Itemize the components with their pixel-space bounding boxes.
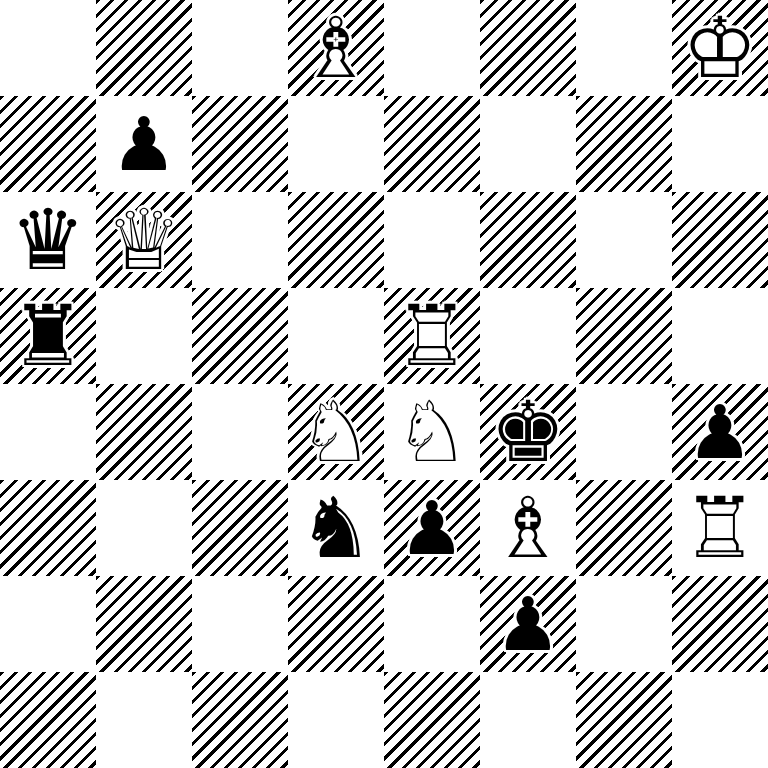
square-f6[interactable]	[480, 192, 576, 288]
black-pawn-silhouette: ♟	[96, 96, 192, 192]
square-g1[interactable]	[576, 672, 672, 768]
square-c8[interactable]	[192, 0, 288, 96]
square-h4[interactable]: ♟♟	[672, 384, 768, 480]
black-queen: ♛	[0, 192, 96, 288]
square-a7[interactable]	[0, 96, 96, 192]
black-pawn-silhouette: ♟	[384, 480, 480, 576]
square-d5[interactable]	[288, 288, 384, 384]
white-queen-silhouette: ♛	[96, 192, 192, 288]
square-e8[interactable]	[384, 0, 480, 96]
black-rook: ♜	[0, 288, 96, 384]
square-a4[interactable]	[0, 384, 96, 480]
white-rook: ♖	[384, 288, 480, 384]
black-king-silhouette: ♚	[480, 384, 576, 480]
square-g6[interactable]	[576, 192, 672, 288]
square-h3[interactable]: ♜♖	[672, 480, 768, 576]
white-king-silhouette: ♚	[672, 0, 768, 96]
square-g3[interactable]	[576, 480, 672, 576]
square-g7[interactable]	[576, 96, 672, 192]
square-c6[interactable]	[192, 192, 288, 288]
square-b2[interactable]	[96, 576, 192, 672]
white-knight-silhouette: ♞	[288, 384, 384, 480]
square-d3[interactable]: ♞♞	[288, 480, 384, 576]
square-b4[interactable]	[96, 384, 192, 480]
square-e7[interactable]	[384, 96, 480, 192]
square-d6[interactable]	[288, 192, 384, 288]
square-b5[interactable]	[96, 288, 192, 384]
white-bishop: ♗	[288, 0, 384, 96]
square-g5[interactable]	[576, 288, 672, 384]
square-g2[interactable]	[576, 576, 672, 672]
square-a6[interactable]: ♛♛	[0, 192, 96, 288]
square-a5[interactable]: ♜♜	[0, 288, 96, 384]
square-a1[interactable]	[0, 672, 96, 768]
black-knight: ♞	[288, 480, 384, 576]
square-g4[interactable]	[576, 384, 672, 480]
square-d2[interactable]	[288, 576, 384, 672]
square-b6[interactable]: ♛♕	[96, 192, 192, 288]
square-c7[interactable]	[192, 96, 288, 192]
square-c3[interactable]	[192, 480, 288, 576]
square-h7[interactable]	[672, 96, 768, 192]
white-bishop-silhouette: ♝	[288, 0, 384, 96]
square-f2[interactable]: ♟♟	[480, 576, 576, 672]
square-h1[interactable]	[672, 672, 768, 768]
black-pawn-silhouette: ♟	[672, 384, 768, 480]
white-knight: ♘	[288, 384, 384, 480]
white-king: ♔	[672, 0, 768, 96]
black-pawn: ♟	[384, 480, 480, 576]
black-pawn-silhouette: ♟	[480, 576, 576, 672]
square-b3[interactable]	[96, 480, 192, 576]
square-e6[interactable]	[384, 192, 480, 288]
square-e2[interactable]	[384, 576, 480, 672]
square-d8[interactable]: ♝♗	[288, 0, 384, 96]
square-c2[interactable]	[192, 576, 288, 672]
square-a8[interactable]	[0, 0, 96, 96]
square-g8[interactable]	[576, 0, 672, 96]
white-queen: ♕	[96, 192, 192, 288]
black-queen-silhouette: ♛	[0, 192, 96, 288]
white-bishop: ♗	[480, 480, 576, 576]
square-f7[interactable]	[480, 96, 576, 192]
square-h8[interactable]: ♚♔	[672, 0, 768, 96]
white-rook-silhouette: ♜	[384, 288, 480, 384]
square-c4[interactable]	[192, 384, 288, 480]
black-knight-silhouette: ♞	[288, 480, 384, 576]
black-pawn: ♟	[672, 384, 768, 480]
square-f8[interactable]	[480, 0, 576, 96]
square-h5[interactable]	[672, 288, 768, 384]
square-b8[interactable]	[96, 0, 192, 96]
square-b7[interactable]: ♟♟	[96, 96, 192, 192]
square-a2[interactable]	[0, 576, 96, 672]
square-d4[interactable]: ♞♘	[288, 384, 384, 480]
square-d7[interactable]	[288, 96, 384, 192]
white-rook-silhouette: ♜	[672, 480, 768, 576]
white-bishop-silhouette: ♝	[480, 480, 576, 576]
square-d1[interactable]	[288, 672, 384, 768]
black-rook-silhouette: ♜	[0, 288, 96, 384]
square-f1[interactable]	[480, 672, 576, 768]
square-f4[interactable]: ♚♚	[480, 384, 576, 480]
square-c5[interactable]	[192, 288, 288, 384]
black-pawn: ♟	[480, 576, 576, 672]
square-c1[interactable]	[192, 672, 288, 768]
square-f3[interactable]: ♝♗	[480, 480, 576, 576]
white-knight-silhouette: ♞	[384, 384, 480, 480]
square-e5[interactable]: ♜♖	[384, 288, 480, 384]
square-e4[interactable]: ♞♘	[384, 384, 480, 480]
black-pawn: ♟	[96, 96, 192, 192]
square-a3[interactable]	[0, 480, 96, 576]
white-rook: ♖	[672, 480, 768, 576]
square-h6[interactable]	[672, 192, 768, 288]
square-h2[interactable]	[672, 576, 768, 672]
white-knight: ♘	[384, 384, 480, 480]
square-e3[interactable]: ♟♟	[384, 480, 480, 576]
square-e1[interactable]	[384, 672, 480, 768]
chess-board: ♝♗♚♔♟♟♛♛♛♕♜♜♜♖♞♘♞♘♚♚♟♟♞♞♟♟♝♗♜♖♟♟	[0, 0, 768, 768]
square-b1[interactable]	[96, 672, 192, 768]
square-f5[interactable]	[480, 288, 576, 384]
black-king: ♚	[480, 384, 576, 480]
